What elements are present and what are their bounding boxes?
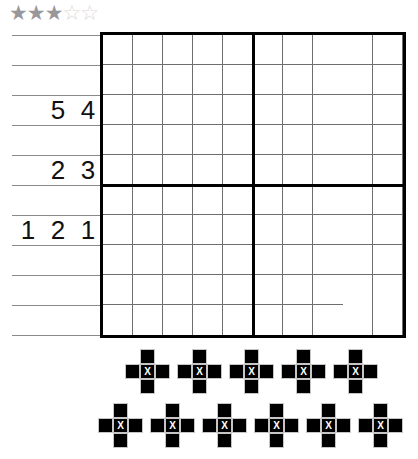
piece-square [322, 434, 335, 447]
piece-square [255, 419, 268, 432]
grid-cell[interactable] [103, 125, 133, 155]
piece-square [349, 350, 362, 363]
piece-square [245, 380, 258, 393]
grid-cell[interactable] [343, 215, 373, 245]
difficulty-stars: ★★★☆☆ [9, 1, 98, 25]
piece-gap [364, 380, 377, 393]
grid-cell[interactable] [283, 305, 313, 335]
piece-gap [334, 380, 347, 393]
piece-gap [181, 434, 194, 447]
piece-square [218, 404, 231, 417]
grid-cell[interactable] [253, 35, 283, 65]
piece-square [230, 365, 243, 378]
grid-cell[interactable] [103, 185, 133, 215]
piece-gap [260, 380, 273, 393]
grid-cell[interactable] [283, 275, 313, 305]
x-pentomino-piece: X [99, 404, 142, 447]
piece-gap [307, 404, 320, 417]
puzzle-grid [100, 32, 406, 338]
grid-cell[interactable] [163, 275, 193, 305]
piece-gap [359, 404, 372, 417]
piece-square [208, 365, 221, 378]
x-pentomino-piece: X [178, 350, 221, 393]
grid-cell[interactable] [223, 185, 253, 215]
piece-bank-row: XXXXX [126, 350, 377, 393]
x-pentomino-piece: X [334, 350, 377, 393]
piece-gap [178, 350, 191, 363]
grid-cell[interactable] [103, 95, 133, 125]
piece-label: X [273, 421, 280, 431]
grid-cell[interactable] [343, 275, 373, 305]
clue-number: 2 [43, 155, 73, 185]
clue-number: 1 [13, 215, 43, 245]
grid-cell[interactable] [343, 245, 373, 275]
grid-cell[interactable] [313, 245, 343, 275]
grid-cell[interactable] [283, 125, 313, 155]
grid-cell[interactable] [283, 95, 313, 125]
piece-square [129, 419, 142, 432]
grid-cell[interactable] [283, 35, 313, 65]
grid-cell[interactable] [193, 185, 223, 215]
piece-gap [312, 380, 325, 393]
piece-square [337, 419, 350, 432]
grid-cell[interactable] [163, 305, 193, 335]
piece-square [349, 380, 362, 393]
row-clue-separator [12, 335, 103, 336]
piece-gap [99, 434, 112, 447]
grid-cell[interactable] [163, 125, 193, 155]
puzzle-page: ★★★☆☆ 5423121 XXXXX XXXXXX [0, 0, 418, 459]
grid-cell[interactable] [373, 125, 403, 155]
grid-cell[interactable] [343, 125, 373, 155]
piece-square: X [245, 365, 258, 378]
piece-square: X [297, 365, 310, 378]
piece-gap [203, 434, 216, 447]
grid-cell[interactable] [373, 35, 403, 65]
x-pentomino-piece: X [255, 404, 298, 447]
clue-number: 5 [43, 95, 73, 125]
piece-square [156, 365, 169, 378]
grid-cell[interactable] [223, 35, 253, 65]
grid-cell[interactable] [223, 215, 253, 245]
grid-cell[interactable] [103, 65, 133, 95]
piece-gap [156, 380, 169, 393]
row-clue: 54 [43, 95, 103, 125]
grid-cell[interactable] [343, 185, 373, 215]
grid-cell[interactable] [193, 65, 223, 95]
piece-gap [126, 350, 139, 363]
piece-gap [208, 350, 221, 363]
grid-cell[interactable] [193, 245, 223, 275]
piece-square [364, 365, 377, 378]
grid-cell[interactable] [373, 65, 403, 95]
piece-square [334, 365, 347, 378]
piece-gap [307, 434, 320, 447]
piece-gap [233, 434, 246, 447]
piece-gap [129, 404, 142, 417]
piece-square [282, 365, 295, 378]
grid-cell[interactable] [133, 215, 163, 245]
piece-square [270, 404, 283, 417]
grid-cell[interactable] [193, 95, 223, 125]
piece-square [178, 365, 191, 378]
grid-cell[interactable] [313, 95, 343, 125]
grid-cell[interactable] [163, 215, 193, 245]
piece-square [203, 419, 216, 432]
piece-square [151, 419, 164, 432]
grid-cell[interactable] [343, 305, 373, 335]
grid-cell[interactable] [103, 215, 133, 245]
piece-square [114, 434, 127, 447]
grid-cell[interactable] [133, 275, 163, 305]
piece-square: X [218, 419, 231, 432]
clue-number: 3 [73, 155, 103, 185]
piece-square [374, 404, 387, 417]
grid-cell[interactable] [373, 275, 403, 305]
grid-cell[interactable] [193, 125, 223, 155]
region-divider-horizontal [103, 184, 403, 187]
piece-gap [151, 404, 164, 417]
piece-square [218, 434, 231, 447]
piece-label: X [221, 421, 228, 431]
piece-square: X [193, 365, 206, 378]
grid-cell[interactable] [223, 95, 253, 125]
piece-gap [233, 404, 246, 417]
piece-square: X [114, 419, 127, 432]
piece-gap [230, 380, 243, 393]
piece-label: X [117, 421, 124, 431]
piece-square [312, 365, 325, 378]
x-pentomino-piece: X [307, 404, 350, 447]
grid-cell[interactable] [253, 185, 283, 215]
piece-label: X [144, 367, 151, 377]
grid-cell[interactable] [223, 155, 253, 185]
grid-cell[interactable] [103, 35, 133, 65]
piece-gap [255, 404, 268, 417]
grid-cell[interactable] [283, 215, 313, 245]
piece-gap [129, 434, 142, 447]
grid-cell[interactable] [223, 305, 253, 335]
row-clue: 23 [43, 155, 103, 185]
grid-cell[interactable] [253, 245, 283, 275]
piece-square [389, 419, 402, 432]
grid-cell[interactable] [163, 65, 193, 95]
piece-gap [151, 434, 164, 447]
grid-cell[interactable] [223, 125, 253, 155]
x-pentomino-piece: X [203, 404, 246, 447]
row-clue: 121 [13, 215, 103, 245]
piece-gap [208, 380, 221, 393]
piece-square: X [166, 419, 179, 432]
grid-cell[interactable] [373, 245, 403, 275]
piece-square [245, 350, 258, 363]
piece-square [141, 350, 154, 363]
grid-cell[interactable] [193, 305, 223, 335]
piece-square [297, 380, 310, 393]
piece-gap [389, 404, 402, 417]
star-filled-icon: ★ [27, 1, 45, 25]
piece-square [181, 419, 194, 432]
grid-cell[interactable] [253, 305, 283, 335]
piece-square [141, 380, 154, 393]
piece-gap [181, 404, 194, 417]
star-empty-icon: ☆ [80, 1, 98, 25]
grid-cell[interactable] [343, 155, 373, 185]
grid-cell[interactable] [133, 245, 163, 275]
grid-cell[interactable] [253, 215, 283, 245]
grid-cell[interactable] [313, 275, 343, 305]
piece-square [193, 350, 206, 363]
grid-cell[interactable] [103, 275, 133, 305]
piece-gap [282, 380, 295, 393]
grid-cell[interactable] [133, 305, 163, 335]
piece-square [233, 419, 246, 432]
grid-cell[interactable] [343, 95, 373, 125]
grid-cell[interactable] [133, 95, 163, 125]
grid-cell[interactable] [283, 65, 313, 95]
grid-cell[interactable] [313, 185, 343, 215]
piece-bank-row: XXXXXX [99, 404, 402, 447]
piece-square [359, 419, 372, 432]
piece-label: X [169, 421, 176, 431]
piece-gap [364, 350, 377, 363]
piece-gap [337, 404, 350, 417]
clue-number: 4 [73, 95, 103, 125]
grid-cell[interactable] [193, 215, 223, 245]
grid-cell[interactable] [253, 125, 283, 155]
piece-gap [285, 434, 298, 447]
clue-number: 2 [43, 215, 73, 245]
piece-gap [282, 350, 295, 363]
grid-cell[interactable] [133, 155, 163, 185]
piece-gap [230, 350, 243, 363]
grid-cell[interactable] [373, 95, 403, 125]
grid-cell[interactable] [133, 35, 163, 65]
grid-cell[interactable] [343, 35, 373, 65]
piece-label: X [248, 367, 255, 377]
grid-cell[interactable] [313, 155, 343, 185]
grid-cell[interactable] [283, 245, 313, 275]
piece-square: X [349, 365, 362, 378]
piece-label: X [325, 421, 332, 431]
piece-square [114, 404, 127, 417]
piece-label: X [352, 367, 359, 377]
grid-cell[interactable] [193, 275, 223, 305]
grid-cell[interactable] [133, 125, 163, 155]
grid-cell[interactable] [133, 185, 163, 215]
grid-cell[interactable] [313, 65, 343, 95]
piece-gap [255, 434, 268, 447]
grid-cell[interactable] [253, 275, 283, 305]
grid-cell[interactable] [193, 155, 223, 185]
grid-cell[interactable] [313, 305, 343, 335]
x-pentomino-piece: X [359, 404, 402, 447]
grid-cell[interactable] [163, 245, 193, 275]
grid-cell[interactable] [133, 65, 163, 95]
piece-gap [389, 434, 402, 447]
x-pentomino-piece: X [126, 350, 169, 393]
grid-cell[interactable] [373, 305, 403, 335]
piece-gap [203, 404, 216, 417]
piece-label: X [377, 421, 384, 431]
star-filled-icon: ★ [9, 1, 27, 25]
x-pentomino-piece: X [151, 404, 194, 447]
piece-square [285, 419, 298, 432]
grid-cell[interactable] [103, 155, 133, 185]
x-pentomino-piece: X [282, 350, 325, 393]
grid-cell[interactable] [313, 125, 343, 155]
grid-cell[interactable] [163, 155, 193, 185]
piece-square: X [374, 419, 387, 432]
grid-cell[interactable] [253, 155, 283, 185]
grid-cell[interactable] [313, 215, 343, 245]
grid-cell[interactable] [223, 245, 253, 275]
piece-square [374, 434, 387, 447]
star-filled-icon: ★ [45, 1, 63, 25]
piece-square [166, 404, 179, 417]
grid-cell[interactable] [373, 155, 403, 185]
piece-gap [260, 350, 273, 363]
grid-cell[interactable] [343, 65, 373, 95]
piece-square: X [141, 365, 154, 378]
piece-square: X [322, 419, 335, 432]
grid-cell[interactable] [253, 95, 283, 125]
grid-cell[interactable] [283, 155, 313, 185]
grid-cell[interactable] [103, 305, 133, 335]
piece-gap [359, 434, 372, 447]
piece-gap [334, 350, 347, 363]
grid-cell[interactable] [163, 95, 193, 125]
piece-square [297, 350, 310, 363]
piece-gap [126, 380, 139, 393]
grid-cell[interactable] [103, 245, 133, 275]
x-pentomino-piece: X [230, 350, 273, 393]
piece-square [166, 434, 179, 447]
piece-gap [99, 404, 112, 417]
grid-cell[interactable] [313, 35, 343, 65]
grid-cell[interactable] [163, 35, 193, 65]
grid-cell[interactable] [223, 65, 253, 95]
piece-square [126, 365, 139, 378]
grid-cell[interactable] [373, 185, 403, 215]
grid-cell[interactable] [193, 35, 223, 65]
piece-square [270, 434, 283, 447]
star-empty-icon: ☆ [62, 1, 80, 25]
piece-square [260, 365, 273, 378]
grid-cell[interactable] [373, 215, 403, 245]
piece-gap [285, 404, 298, 417]
piece-square: X [270, 419, 283, 432]
piece-label: X [196, 367, 203, 377]
piece-square [99, 419, 112, 432]
grid-cell[interactable] [223, 275, 253, 305]
clue-number: 1 [73, 215, 103, 245]
piece-gap [337, 434, 350, 447]
row-clues: 5423121 [0, 35, 103, 335]
piece-square [322, 404, 335, 417]
grid-cell[interactable] [283, 185, 313, 215]
piece-square [193, 380, 206, 393]
grid-cell[interactable] [253, 65, 283, 95]
piece-label: X [300, 367, 307, 377]
piece-square [307, 419, 320, 432]
grid-cell[interactable] [163, 185, 193, 215]
piece-gap [156, 350, 169, 363]
piece-gap [178, 380, 191, 393]
piece-gap [312, 350, 325, 363]
